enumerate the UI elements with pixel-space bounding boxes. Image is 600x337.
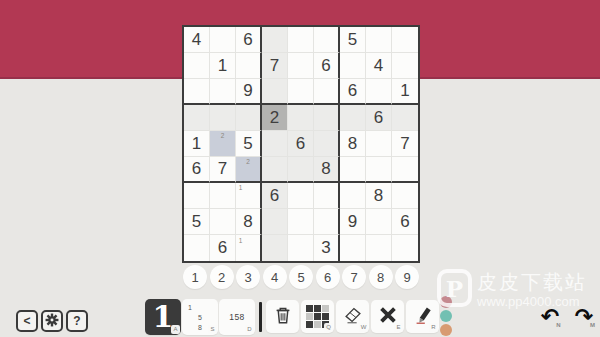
cell-r4c7[interactable] [340, 105, 366, 131]
cell-r8c5[interactable] [288, 209, 314, 235]
cell-r4c1[interactable] [184, 105, 210, 131]
cell-r9c9[interactable] [392, 235, 418, 261]
cell-r1c4[interactable] [262, 27, 288, 53]
palette-square [322, 313, 329, 320]
cell-digit: 6 [296, 134, 305, 154]
cell-digit: 6 [374, 108, 383, 128]
cell-r3c1[interactable] [184, 79, 210, 105]
color-dot-selector [440, 296, 452, 336]
normal-mode-button[interactable]: 1 A [145, 299, 181, 335]
shortcut-badge: E [394, 323, 403, 332]
cell-r9c6[interactable]: 3 [314, 235, 340, 261]
cell-digit: 5 [348, 30, 357, 50]
cell-digit: 1 [218, 56, 227, 76]
cell-r9c7[interactable] [340, 235, 366, 261]
pen-button[interactable]: R [406, 300, 439, 333]
cell-r3c2[interactable] [210, 79, 236, 105]
cell-r5c2[interactable]: 2 [210, 131, 236, 157]
cell-r1c7[interactable]: 5 [340, 27, 366, 53]
shortcut-badge: N [554, 321, 563, 330]
cell-r4c2[interactable] [210, 105, 236, 131]
cell-r8c4[interactable] [262, 209, 288, 235]
cell-digit: 6 [400, 212, 409, 232]
number-pad: 123456789 [183, 265, 419, 289]
cell-digit: 9 [243, 81, 252, 101]
cell-digit: 1 [400, 81, 409, 101]
color-dot-1[interactable] [440, 296, 452, 308]
pencil-marks: 1 [237, 184, 259, 207]
palette-square [306, 313, 313, 320]
cell-r5c6[interactable] [314, 131, 340, 157]
cell-r1c8[interactable] [366, 27, 392, 53]
palette-square [314, 321, 321, 328]
cell-r7c3[interactable]: 1 [236, 183, 262, 209]
cell-r1c5[interactable] [288, 27, 314, 53]
cell-r2c9[interactable] [392, 53, 418, 79]
cell-r6c5[interactable] [288, 157, 314, 183]
cell-r1c9[interactable] [392, 27, 418, 53]
cell-r9c1[interactable] [184, 235, 210, 261]
pencil-mark-digit: 2 [219, 132, 227, 140]
cell-r6c1[interactable]: 6 [184, 157, 210, 183]
pencil-mark-digit: 1 [237, 236, 244, 244]
cell-r1c2[interactable] [210, 27, 236, 53]
cell-digit: 8 [374, 186, 383, 206]
cell-r6c2[interactable]: 7 [210, 157, 236, 183]
cell-r4c3[interactable] [236, 105, 262, 131]
cell-digit: 9 [348, 212, 357, 232]
cell-r3c4[interactable] [262, 79, 288, 105]
cell-r2c8[interactable]: 4 [366, 53, 392, 79]
cell-r8c6[interactable] [314, 209, 340, 235]
cell-r7c6[interactable] [314, 183, 340, 209]
pencil-marks: 2 [211, 132, 234, 155]
numpad-button-8[interactable]: 8 [369, 265, 393, 289]
numpad-button-7[interactable]: 7 [342, 265, 366, 289]
cell-digit: 5 [243, 134, 252, 154]
cell-r5c4[interactable] [262, 131, 288, 157]
eraser-button[interactable]: W [336, 300, 369, 333]
cell-r2c3[interactable] [236, 53, 262, 79]
cell-digit: 7 [400, 134, 409, 154]
cell-r9c2[interactable]: 6 [210, 235, 236, 261]
cell-r8c8[interactable] [366, 209, 392, 235]
cell-r5c1[interactable]: 1 [184, 131, 210, 157]
cell-r3c6[interactable] [314, 79, 340, 105]
palette-square [306, 305, 313, 312]
cell-r7c8[interactable]: 8 [366, 183, 392, 209]
cell-r9c8[interactable] [366, 235, 392, 261]
cell-r8c1[interactable]: 5 [184, 209, 210, 235]
shortcut-badge: D [245, 325, 254, 334]
cell-r2c1[interactable] [184, 53, 210, 79]
cell-r1c6[interactable] [314, 27, 340, 53]
shortcut-badge: R [429, 323, 438, 332]
settings-button[interactable] [41, 310, 63, 332]
back-button[interactable]: < [16, 310, 38, 332]
cell-r2c5[interactable] [288, 53, 314, 79]
cell-digit: 6 [270, 186, 279, 206]
cell-r5c7[interactable]: 8 [340, 131, 366, 157]
cell-r2c4[interactable]: 7 [262, 53, 288, 79]
cell-r6c9[interactable] [392, 157, 418, 183]
sudoku-app: 46517649612612568767281685896613 1234567… [0, 0, 600, 337]
pencil-mark-digit: 2 [244, 158, 251, 165]
cell-digit: 1 [192, 134, 201, 154]
cell-digit: 7 [270, 56, 279, 76]
numpad-button-4[interactable]: 4 [263, 265, 287, 289]
cell-r8c2[interactable] [210, 209, 236, 235]
numpad-button-2[interactable]: 2 [210, 265, 234, 289]
corner-preview-digit: 1 [185, 302, 195, 312]
sudoku-board: 46517649612612568767281685896613 [182, 25, 420, 263]
cell-r7c2[interactable] [210, 183, 236, 209]
palette-square [306, 321, 313, 328]
nav-left: < [16, 310, 88, 332]
cell-r3c7[interactable]: 6 [340, 79, 366, 105]
trash-button[interactable] [266, 300, 299, 333]
shortcut-badge: W [359, 323, 368, 332]
numpad-button-9[interactable]: 9 [395, 265, 419, 289]
cell-r5c5[interactable]: 6 [288, 131, 314, 157]
cell-r3c3[interactable]: 9 [236, 79, 262, 105]
cell-r2c2[interactable]: 1 [210, 53, 236, 79]
trash-icon [272, 304, 294, 330]
corner-mark-mode-button[interactable]: 158 S [182, 299, 218, 335]
shortcut-badge: A [171, 325, 180, 334]
cell-r5c3[interactable]: 5 [236, 131, 262, 157]
cell-r8c3[interactable]: 8 [236, 209, 262, 235]
shortcut-badge: S [208, 325, 217, 334]
cell-digit: 6 [218, 238, 227, 258]
corner-preview-digit: 5 [195, 312, 205, 322]
cell-digit: 5 [192, 212, 201, 232]
cell-r7c1[interactable] [184, 183, 210, 209]
cell-r7c9[interactable] [392, 183, 418, 209]
cell-r6c3[interactable]: 2 [236, 157, 262, 183]
cell-r7c5[interactable] [288, 183, 314, 209]
shortcut-badge: M [588, 321, 597, 330]
cell-r4c9[interactable] [392, 105, 418, 131]
cell-r3c9[interactable]: 1 [392, 79, 418, 105]
entry-mode-tiles: 1 A 158 S 158 D [145, 299, 255, 335]
shortcut-badge: Q [324, 323, 333, 332]
cell-r4c5[interactable] [288, 105, 314, 131]
pencil-marks: 2 [237, 158, 259, 180]
cell-r2c7[interactable] [340, 53, 366, 79]
cell-r6c4[interactable] [262, 157, 288, 183]
cell-r9c5[interactable] [288, 235, 314, 261]
tool-tiles: Q W E [266, 300, 439, 333]
cell-r4c6[interactable] [314, 105, 340, 131]
color-palette-button[interactable]: Q [301, 300, 334, 333]
toolbar-divider [259, 302, 262, 332]
watermark: P 皮皮下载站 www.pp4000.com [437, 269, 587, 309]
numpad-button-6[interactable]: 6 [316, 265, 340, 289]
cell-digit: 8 [348, 134, 357, 154]
palette-square [314, 305, 321, 312]
cell-r9c4[interactable] [262, 235, 288, 261]
cell-r3c5[interactable] [288, 79, 314, 105]
watermark-site-name: 皮皮下载站 [477, 269, 587, 295]
gear-icon [45, 313, 59, 330]
cell-digit: 6 [348, 81, 357, 101]
pencil-mark-digit: 1 [237, 184, 244, 192]
undo-button[interactable]: ↶ N [536, 303, 564, 331]
numpad-button-3[interactable]: 3 [236, 265, 260, 289]
cell-r1c3[interactable]: 6 [236, 27, 262, 53]
cell-digit: 3 [321, 238, 330, 258]
cell-r8c9[interactable]: 6 [392, 209, 418, 235]
center-mark-mode-button[interactable]: 158 D [219, 299, 255, 335]
numpad-button-1[interactable]: 1 [183, 265, 207, 289]
cell-digit: 6 [192, 159, 201, 179]
clear-button[interactable]: E [371, 300, 404, 333]
pencil-marks: 1 [237, 236, 259, 260]
cell-digit: 8 [243, 212, 252, 232]
cell-r1c1[interactable]: 4 [184, 27, 210, 53]
cell-r7c4[interactable]: 6 [262, 183, 288, 209]
corner-preview-digit: 8 [195, 322, 205, 332]
cell-r6c7[interactable] [340, 157, 366, 183]
cell-r5c8[interactable] [366, 131, 392, 157]
help-button[interactable]: ? [66, 310, 88, 332]
palette-square [322, 305, 329, 312]
cell-r8c7[interactable]: 9 [340, 209, 366, 235]
cell-digit: 4 [374, 56, 383, 76]
numpad-button-5[interactable]: 5 [289, 265, 313, 289]
color-dot-3[interactable] [440, 324, 452, 336]
cell-digit: 8 [321, 159, 330, 179]
cell-r6c8[interactable] [366, 157, 392, 183]
redo-button[interactable]: ↷ M [570, 303, 598, 331]
cell-r5c9[interactable]: 7 [392, 131, 418, 157]
cell-digit: 4 [192, 30, 201, 50]
cell-r7c7[interactable] [340, 183, 366, 209]
cell-digit: 6 [243, 30, 252, 50]
cell-digit: 7 [218, 159, 227, 179]
cell-r2c6[interactable]: 6 [314, 53, 340, 79]
palette-square [314, 313, 321, 320]
cell-r9c3[interactable]: 1 [236, 235, 262, 261]
cell-digit: 2 [270, 108, 279, 128]
cell-r6c6[interactable]: 8 [314, 157, 340, 183]
cell-digit: 6 [321, 56, 330, 76]
cell-r4c8[interactable]: 6 [366, 105, 392, 131]
cell-r3c8[interactable] [366, 79, 392, 105]
cell-r4c4[interactable]: 2 [262, 105, 288, 131]
color-dot-2[interactable] [440, 310, 452, 322]
